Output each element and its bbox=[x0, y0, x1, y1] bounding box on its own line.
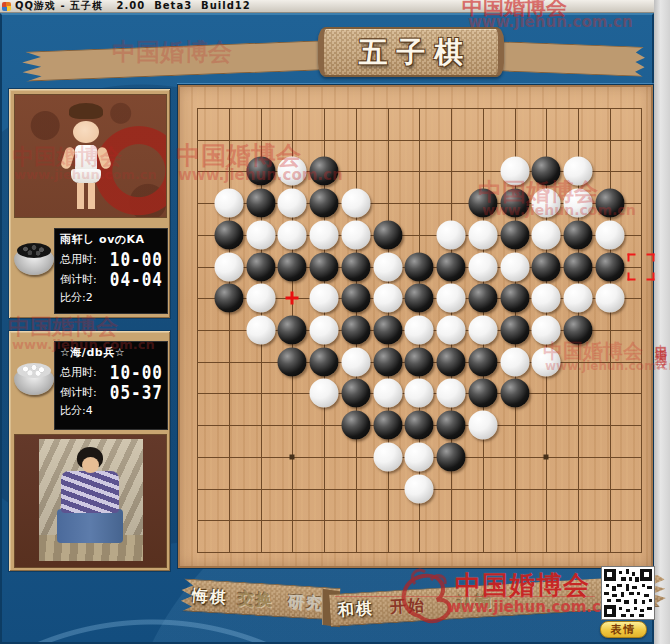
black-stone bbox=[500, 379, 529, 408]
white-stone bbox=[278, 220, 307, 249]
black-stone bbox=[405, 347, 434, 376]
player2-panel: ☆海/db兵☆ 总用时: 10-00 倒计时: 05-37 比分:4 bbox=[8, 330, 171, 572]
black-stone bbox=[373, 220, 402, 249]
black-stone bbox=[341, 411, 370, 440]
black-stone bbox=[215, 220, 244, 249]
white-stones bbox=[17, 363, 51, 378]
white-stone bbox=[595, 284, 624, 313]
white-stone bbox=[373, 379, 402, 408]
black-stone bbox=[595, 189, 624, 218]
white-stone bbox=[405, 442, 434, 471]
white-stone bbox=[215, 252, 244, 281]
black-stone bbox=[278, 347, 307, 376]
banner-ribbon-right bbox=[491, 41, 648, 77]
black-stone bbox=[532, 157, 561, 186]
white-stone bbox=[532, 284, 561, 313]
black-stone bbox=[468, 379, 497, 408]
white-stone bbox=[563, 189, 592, 218]
black-stone bbox=[437, 347, 466, 376]
white-stone bbox=[532, 220, 561, 249]
player1-countdown: 04-04 bbox=[110, 268, 163, 290]
player2-info: ☆海/db兵☆ 总用时: 10-00 倒计时: 05-37 比分:4 bbox=[54, 341, 168, 430]
white-stone bbox=[373, 442, 402, 471]
countdown-label: 倒计时: bbox=[60, 272, 97, 287]
avatar-skirt bbox=[71, 169, 101, 183]
white-stone bbox=[437, 379, 466, 408]
black-stone bbox=[500, 316, 529, 345]
black-stone bbox=[563, 316, 592, 345]
black-stone bbox=[310, 157, 339, 186]
black-stones-bowl-icon bbox=[14, 241, 54, 275]
black-stone bbox=[405, 284, 434, 313]
white-stone bbox=[310, 220, 339, 249]
star-point bbox=[290, 454, 295, 459]
black-stone bbox=[341, 379, 370, 408]
white-stone bbox=[310, 379, 339, 408]
black-stone bbox=[246, 157, 275, 186]
white-stone bbox=[563, 157, 592, 186]
black-stones bbox=[17, 243, 51, 258]
emote-button[interactable]: 表情 bbox=[600, 621, 647, 638]
grid-line-h bbox=[197, 520, 642, 521]
title-bar[interactable]: QQ游戏 - 五子棋 2.00 Beta3 Build12 bbox=[0, 0, 654, 13]
draw-button[interactable]: 和棋 bbox=[337, 600, 374, 618]
white-stone bbox=[246, 316, 275, 345]
white-stone bbox=[373, 284, 402, 313]
white-stone bbox=[437, 220, 466, 249]
player1-info: 雨轩し ovのKA 总用时: 10-00 倒计时: 04-04 比分:2 bbox=[54, 228, 168, 314]
grid-line-v bbox=[641, 108, 642, 552]
board-grid bbox=[178, 85, 653, 568]
white-stone bbox=[405, 379, 434, 408]
swap-button[interactable]: 交换 bbox=[237, 590, 274, 608]
white-stone bbox=[278, 157, 307, 186]
score-label: 比分: bbox=[60, 291, 86, 304]
black-stone bbox=[563, 252, 592, 281]
black-stone bbox=[310, 347, 339, 376]
white-stone bbox=[341, 220, 370, 249]
avatar-legs bbox=[77, 183, 95, 209]
white-stone bbox=[310, 284, 339, 313]
grid-line-h bbox=[197, 552, 642, 553]
study-button[interactable]: 研究 bbox=[287, 593, 324, 611]
white-stone bbox=[215, 189, 244, 218]
countdown-label: 倒计时: bbox=[60, 385, 97, 400]
black-stone bbox=[500, 189, 529, 218]
white-stone bbox=[468, 316, 497, 345]
player2-countdown: 05-37 bbox=[110, 381, 163, 403]
white-stone bbox=[532, 316, 561, 345]
white-stone bbox=[532, 189, 561, 218]
black-stone bbox=[373, 411, 402, 440]
white-stone bbox=[310, 316, 339, 345]
photo-jeans bbox=[57, 509, 123, 543]
white-stone bbox=[595, 220, 624, 249]
player2-score: 4 bbox=[86, 404, 93, 417]
black-stone bbox=[341, 252, 370, 281]
black-stone bbox=[500, 284, 529, 313]
white-stone bbox=[468, 411, 497, 440]
black-stone bbox=[246, 252, 275, 281]
black-stone bbox=[595, 252, 624, 281]
black-stone bbox=[405, 252, 434, 281]
start-button[interactable]: 开始 bbox=[389, 597, 426, 615]
photo-sweater bbox=[61, 471, 119, 513]
player1-name: 雨轩し ovのKA bbox=[60, 232, 163, 247]
white-stone bbox=[405, 316, 434, 345]
white-stone bbox=[468, 252, 497, 281]
avatar-bangs bbox=[69, 103, 103, 119]
avatar-arm bbox=[96, 146, 112, 170]
player2-total-time: 10-00 bbox=[110, 361, 163, 383]
black-stone bbox=[310, 252, 339, 281]
brackets-marker bbox=[628, 253, 655, 280]
photo-face bbox=[82, 457, 99, 473]
total-time-label: 总用时: bbox=[60, 365, 97, 380]
white-stone bbox=[341, 189, 370, 218]
white-stone bbox=[373, 252, 402, 281]
player2-photo-frame bbox=[14, 434, 167, 568]
player1-panel: 雨轩し ovのKA 总用时: 10-00 倒计时: 04-04 比分:2 bbox=[8, 88, 171, 319]
goban[interactable] bbox=[177, 84, 654, 569]
white-stone bbox=[278, 189, 307, 218]
white-stone bbox=[500, 347, 529, 376]
player1-total-time: 10-00 bbox=[110, 248, 163, 270]
banner-title: 五子棋 bbox=[350, 38, 473, 67]
star-point bbox=[544, 454, 549, 459]
player1-score: 2 bbox=[86, 291, 93, 304]
black-stone bbox=[373, 347, 402, 376]
black-stone bbox=[405, 411, 434, 440]
player2-avatar bbox=[39, 439, 143, 561]
white-stone bbox=[341, 347, 370, 376]
avatar-top bbox=[75, 145, 97, 171]
black-stone bbox=[278, 252, 307, 281]
black-stone bbox=[437, 252, 466, 281]
black-stone bbox=[468, 189, 497, 218]
screen: QQ游戏 - 五子棋 2.00 Beta3 Build12 五子棋 雨轩し ov… bbox=[0, 0, 670, 644]
cross-marker bbox=[286, 292, 299, 305]
white-stone bbox=[437, 316, 466, 345]
black-stone bbox=[468, 284, 497, 313]
undo-button[interactable]: 悔棋 bbox=[191, 587, 228, 605]
app-icon bbox=[2, 2, 11, 11]
watermark-underline bbox=[335, 596, 595, 597]
white-stone bbox=[405, 474, 434, 503]
avatar-face bbox=[73, 121, 99, 143]
black-stone bbox=[532, 252, 561, 281]
black-stone bbox=[310, 189, 339, 218]
black-stone bbox=[246, 189, 275, 218]
white-stone bbox=[500, 252, 529, 281]
qr-code bbox=[601, 566, 655, 620]
black-stone bbox=[500, 220, 529, 249]
player1-avatar bbox=[14, 94, 167, 218]
black-stone bbox=[563, 220, 592, 249]
white-stone bbox=[468, 220, 497, 249]
black-stone bbox=[437, 411, 466, 440]
black-stone bbox=[373, 316, 402, 345]
white-stone bbox=[246, 220, 275, 249]
white-stone bbox=[437, 284, 466, 313]
white-stone bbox=[532, 347, 561, 376]
white-stone bbox=[500, 157, 529, 186]
black-stone bbox=[341, 316, 370, 345]
grid-line-v bbox=[610, 108, 611, 552]
avatar-arm bbox=[60, 146, 76, 170]
white-stones-bowl-icon bbox=[14, 361, 54, 395]
black-stone bbox=[341, 284, 370, 313]
player2-name: ☆海/db兵☆ bbox=[60, 345, 163, 360]
white-stone bbox=[563, 284, 592, 313]
black-stone bbox=[215, 284, 244, 313]
black-stone bbox=[278, 316, 307, 345]
banner: 五子棋 bbox=[318, 27, 504, 77]
total-time-label: 总用时: bbox=[60, 252, 97, 267]
score-label: 比分: bbox=[60, 404, 86, 417]
black-stone bbox=[468, 347, 497, 376]
black-stone bbox=[437, 442, 466, 471]
desktop-strip bbox=[654, 0, 670, 644]
white-stone bbox=[246, 284, 275, 313]
window-title: QQ游戏 - 五子棋 2.00 Beta3 Build12 bbox=[15, 0, 251, 13]
